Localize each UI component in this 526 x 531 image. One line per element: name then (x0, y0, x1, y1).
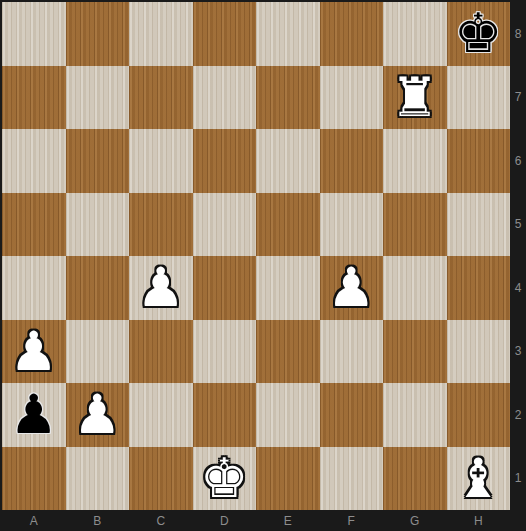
square-d4[interactable] (193, 256, 257, 320)
square-h4[interactable] (447, 256, 511, 320)
rank-label-7: 7 (510, 66, 526, 130)
square-a2[interactable]: ♟ (2, 383, 66, 447)
square-d6[interactable] (193, 129, 257, 193)
square-f8[interactable] (320, 2, 384, 66)
rank-label-5: 5 (510, 193, 526, 257)
square-f7[interactable] (320, 66, 384, 130)
square-f3[interactable] (320, 320, 384, 384)
white-rook-g7[interactable]: ♜ (391, 66, 439, 130)
square-h8[interactable]: ♚ (447, 2, 511, 66)
rank-label-3: 3 (510, 320, 526, 384)
white-bishop-h1[interactable]: ♝ (454, 447, 502, 511)
square-c8[interactable] (129, 2, 193, 66)
square-c3[interactable] (129, 320, 193, 384)
black-king-h8[interactable]: ♚ (454, 2, 502, 66)
white-pawn-a3[interactable]: ♟ (10, 320, 58, 384)
square-d3[interactable] (193, 320, 257, 384)
square-f4[interactable]: ♟ (320, 256, 384, 320)
file-labels: ABCDEFGH (2, 510, 510, 531)
square-g8[interactable] (383, 2, 447, 66)
square-c1[interactable] (129, 447, 193, 511)
square-b7[interactable] (66, 66, 130, 130)
chess-board: ♚♜♟♟♟♟♟♚♝ (2, 2, 510, 510)
square-d5[interactable] (193, 193, 257, 257)
square-c6[interactable] (129, 129, 193, 193)
square-f5[interactable] (320, 193, 384, 257)
chess-app-frame: ♚♜♟♟♟♟♟♚♝ 87654321 ABCDEFGH (0, 0, 526, 531)
file-label-e: E (256, 510, 320, 531)
rank-label-1: 1 (510, 447, 526, 511)
square-e8[interactable] (256, 2, 320, 66)
file-label-c: C (129, 510, 193, 531)
square-a4[interactable] (2, 256, 66, 320)
square-c5[interactable] (129, 193, 193, 257)
square-e7[interactable] (256, 66, 320, 130)
square-d1[interactable]: ♚ (193, 447, 257, 511)
square-f1[interactable] (320, 447, 384, 511)
square-h1[interactable]: ♝ (447, 447, 511, 511)
square-a3[interactable]: ♟ (2, 320, 66, 384)
white-pawn-f4[interactable]: ♟ (327, 256, 375, 320)
square-c7[interactable] (129, 66, 193, 130)
square-c2[interactable] (129, 383, 193, 447)
square-d2[interactable] (193, 383, 257, 447)
square-f2[interactable] (320, 383, 384, 447)
square-g5[interactable] (383, 193, 447, 257)
square-f6[interactable] (320, 129, 384, 193)
black-pawn-a2[interactable]: ♟ (10, 383, 58, 447)
square-g4[interactable] (383, 256, 447, 320)
square-g6[interactable] (383, 129, 447, 193)
square-h2[interactable] (447, 383, 511, 447)
square-b5[interactable] (66, 193, 130, 257)
square-a7[interactable] (2, 66, 66, 130)
square-g7[interactable]: ♜ (383, 66, 447, 130)
square-a5[interactable] (2, 193, 66, 257)
square-h3[interactable] (447, 320, 511, 384)
rank-label-2: 2 (510, 383, 526, 447)
file-label-a: A (2, 510, 66, 531)
square-d7[interactable] (193, 66, 257, 130)
rank-label-6: 6 (510, 129, 526, 193)
square-b8[interactable] (66, 2, 130, 66)
file-label-h: H (447, 510, 511, 531)
square-e3[interactable] (256, 320, 320, 384)
rank-labels: 87654321 (510, 2, 526, 510)
square-c4[interactable]: ♟ (129, 256, 193, 320)
square-b6[interactable] (66, 129, 130, 193)
square-e2[interactable] (256, 383, 320, 447)
square-h6[interactable] (447, 129, 511, 193)
white-pawn-b2[interactable]: ♟ (73, 383, 121, 447)
square-g2[interactable] (383, 383, 447, 447)
square-a6[interactable] (2, 129, 66, 193)
square-g1[interactable] (383, 447, 447, 511)
square-e1[interactable] (256, 447, 320, 511)
file-label-d: D (193, 510, 257, 531)
rank-label-4: 4 (510, 256, 526, 320)
file-label-b: B (66, 510, 130, 531)
square-b1[interactable] (66, 447, 130, 511)
square-g3[interactable] (383, 320, 447, 384)
rank-label-8: 8 (510, 2, 526, 66)
white-king-d1[interactable]: ♚ (200, 447, 248, 511)
white-pawn-c4[interactable]: ♟ (137, 256, 185, 320)
square-d8[interactable] (193, 2, 257, 66)
square-e6[interactable] (256, 129, 320, 193)
square-a1[interactable] (2, 447, 66, 511)
file-label-g: G (383, 510, 447, 531)
square-b4[interactable] (66, 256, 130, 320)
square-b2[interactable]: ♟ (66, 383, 130, 447)
square-b3[interactable] (66, 320, 130, 384)
square-e4[interactable] (256, 256, 320, 320)
square-h5[interactable] (447, 193, 511, 257)
square-e5[interactable] (256, 193, 320, 257)
square-h7[interactable] (447, 66, 511, 130)
file-label-f: F (320, 510, 384, 531)
square-a8[interactable] (2, 2, 66, 66)
